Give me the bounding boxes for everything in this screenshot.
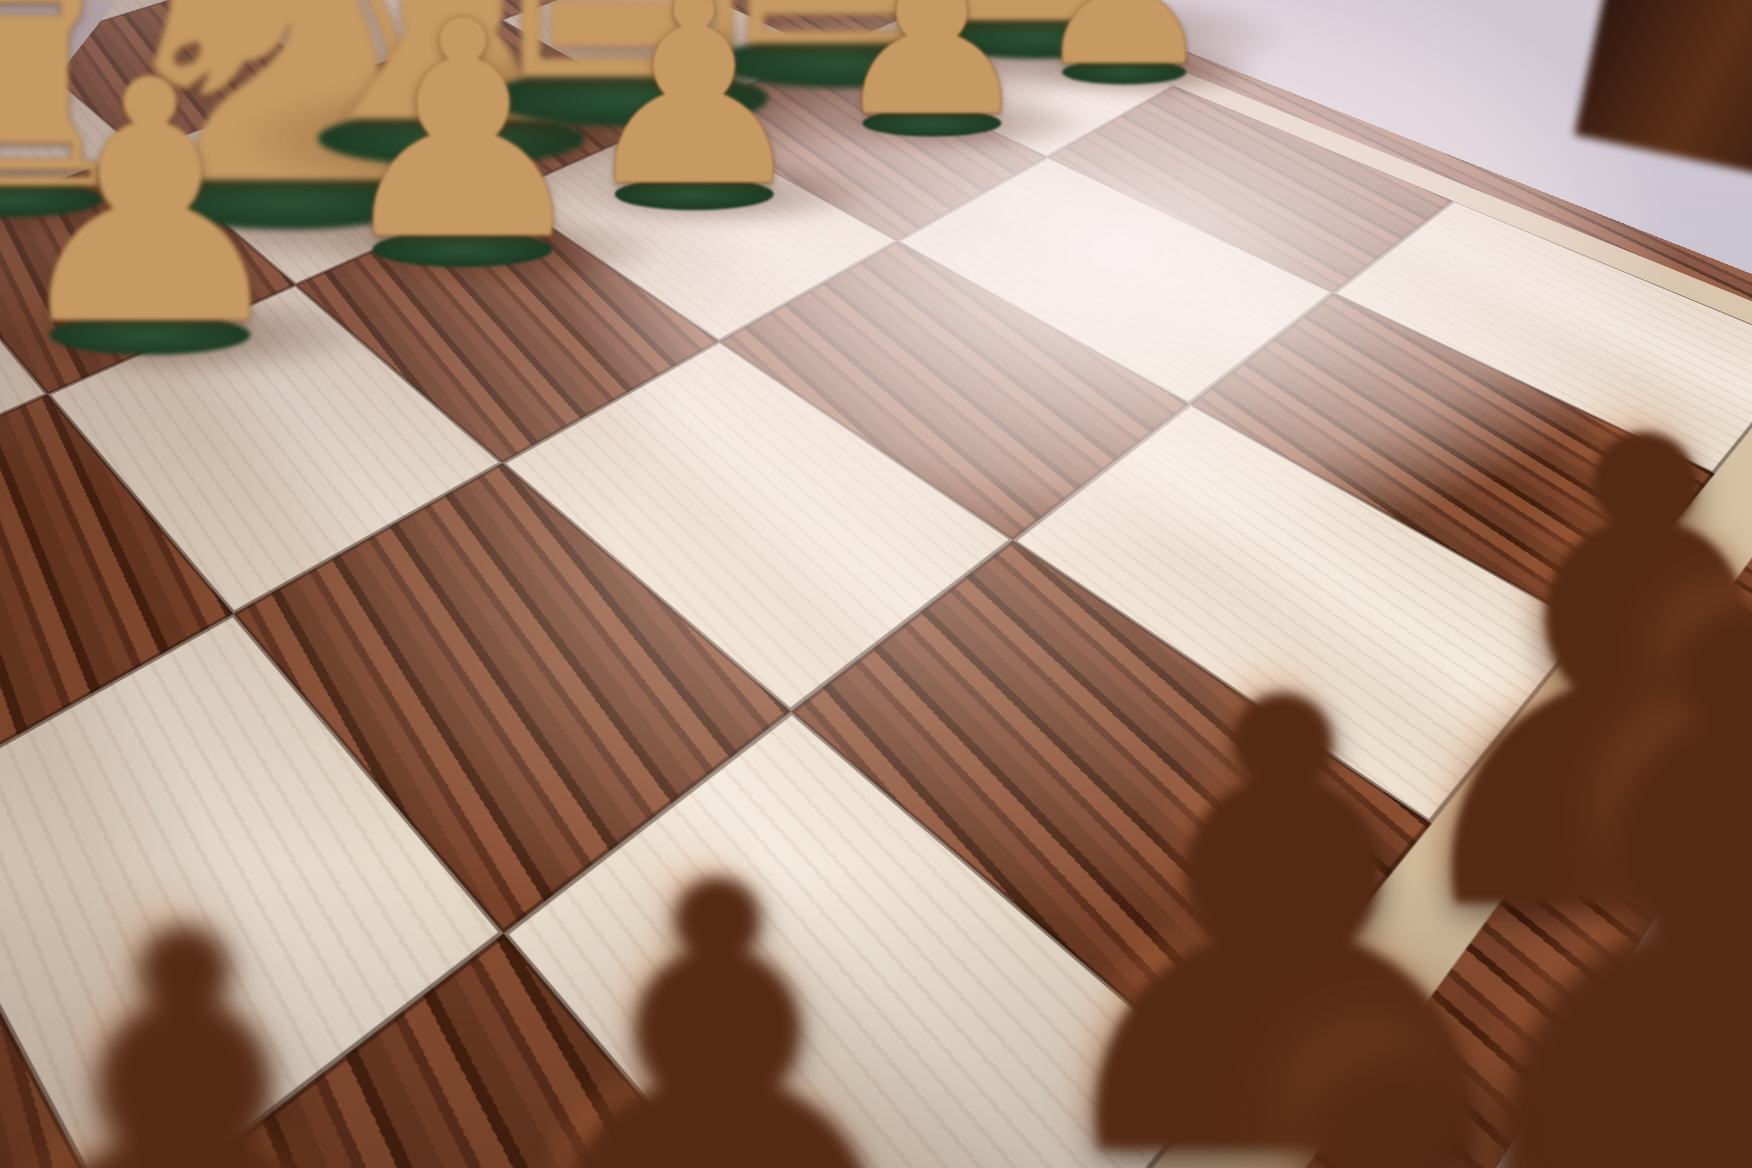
white-pawn-b: ♟	[329, 0, 598, 282]
white-pawn-d: ♟	[828, 0, 1036, 149]
white-pawn-glyph: ♟	[0, 37, 300, 372]
black-pawn-glyph: ♟	[942, 940, 1752, 1168]
white-pawn-a: ♟	[0, 37, 300, 372]
black-pawn-bottom-left: ♟	[0, 864, 429, 1168]
white-pawn-glyph: ♟	[329, 0, 598, 282]
white-pawn-c: ♟	[575, 0, 813, 223]
pieces-layer: ♜♞♝♚♛♝♟♟♟♟♟♟♟♟♟♟♟	[0, 0, 1752, 1168]
chess-photo-scene: ♜♞♝♚♛♝♟♟♟♟♟♟♟♟♟♟♟	[0, 0, 1752, 1168]
black-piece-foreground: ♟	[942, 940, 1752, 1168]
white-pawn-glyph: ♟	[1031, 0, 1217, 95]
white-pawn-glyph: ♟	[828, 0, 1036, 149]
black-pawn-glyph: ♟	[483, 817, 954, 1168]
black-pawn-glyph: ♟	[0, 864, 429, 1168]
white-pawn-glyph: ♟	[575, 0, 813, 223]
black-pawn-center: ♟	[483, 817, 954, 1168]
white-pawn-e: ♟	[1031, 0, 1217, 95]
